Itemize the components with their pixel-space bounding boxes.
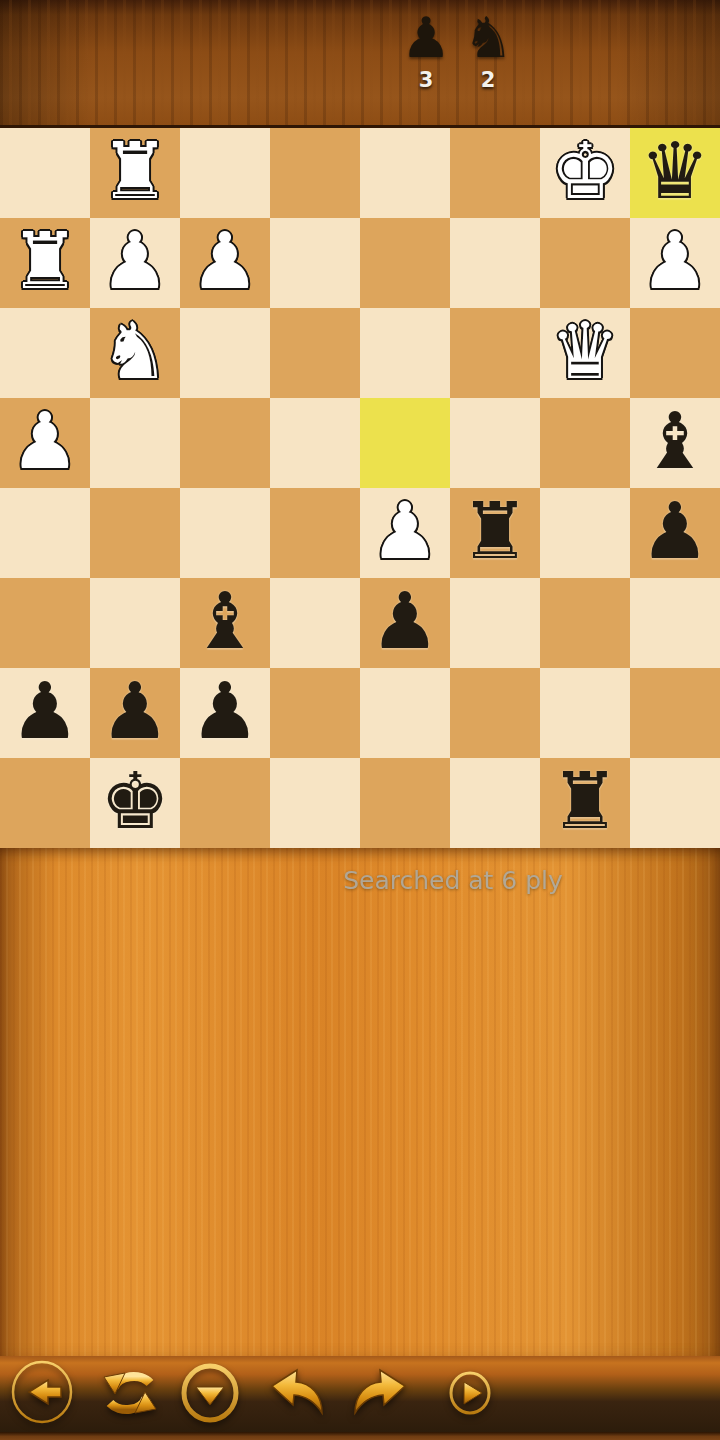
square-a3[interactable] [0, 578, 90, 668]
captured-pawn-count: 3 [419, 68, 434, 92]
square-h5[interactable]: ♝ [630, 398, 720, 488]
bottom-toolbar [0, 1356, 720, 1432]
piece-white-pawn: ♟ [370, 492, 440, 570]
square-e4[interactable]: ♟ [360, 488, 450, 578]
captured-knight-count: 2 [481, 68, 496, 92]
square-a7[interactable]: ♜ [0, 218, 90, 308]
square-e5[interactable] [360, 398, 450, 488]
piece-black-bishop: ♝ [190, 582, 260, 660]
piece-white-pawn: ♟ [100, 222, 170, 300]
chevron-down-icon [180, 1362, 240, 1424]
piece-black-pawn: ♟ [640, 492, 710, 570]
piece-black-pawn: ♟ [100, 672, 170, 750]
square-b4[interactable] [90, 488, 180, 578]
square-c2[interactable]: ♟ [180, 668, 270, 758]
piece-white-rook: ♜ [100, 132, 170, 210]
square-h4[interactable]: ♟ [630, 488, 720, 578]
piece-white-pawn: ♟ [640, 222, 710, 300]
square-b3[interactable] [90, 578, 180, 668]
square-g4[interactable] [540, 488, 630, 578]
middle-wood-panel [0, 848, 720, 1356]
piece-black-pawn: ♟ [10, 672, 80, 750]
square-d3[interactable] [270, 578, 360, 668]
undo-arrow-icon [264, 1364, 329, 1422]
square-g6[interactable]: ♛ [540, 308, 630, 398]
flip-board-button[interactable] [100, 1362, 160, 1427]
square-d8[interactable] [270, 128, 360, 218]
square-e2[interactable] [360, 668, 450, 758]
square-e3[interactable]: ♟ [360, 578, 450, 668]
square-c8[interactable] [180, 128, 270, 218]
square-d6[interactable] [270, 308, 360, 398]
black-pawn-icon: ♟ [401, 8, 451, 68]
square-b8[interactable]: ♜ [90, 128, 180, 218]
square-g1[interactable]: ♜ [540, 758, 630, 848]
square-f7[interactable] [450, 218, 540, 308]
square-b6[interactable]: ♞ [90, 308, 180, 398]
square-h2[interactable] [630, 668, 720, 758]
square-e7[interactable] [360, 218, 450, 308]
square-g8[interactable]: ♚ [540, 128, 630, 218]
back-button[interactable] [10, 1359, 75, 1428]
top-wood-panel: ♟ 3 ♞ 2 [0, 0, 720, 125]
square-g2[interactable] [540, 668, 630, 758]
square-e1[interactable] [360, 758, 450, 848]
piece-black-rook: ♜ [460, 492, 530, 570]
square-h7[interactable]: ♟ [630, 218, 720, 308]
square-a6[interactable] [0, 308, 90, 398]
board: ♜♚♛♜♟♟♟♞♛♟♝♟♜♟♝♟♟♟♟♚♜ [0, 128, 720, 848]
piece-white-king: ♚ [550, 132, 620, 210]
piece-black-queen: ♛ [640, 132, 710, 210]
back-arrow-icon [10, 1359, 75, 1425]
square-h1[interactable] [630, 758, 720, 848]
square-c3[interactable]: ♝ [180, 578, 270, 668]
piece-black-king: ♚ [100, 762, 170, 840]
piece-black-bishop: ♝ [640, 402, 710, 480]
piece-white-knight: ♞ [100, 312, 170, 390]
square-g5[interactable] [540, 398, 630, 488]
square-b5[interactable] [90, 398, 180, 488]
square-c7[interactable]: ♟ [180, 218, 270, 308]
square-d2[interactable] [270, 668, 360, 758]
square-f4[interactable]: ♜ [450, 488, 540, 578]
undo-move-button[interactable] [264, 1364, 329, 1425]
square-g3[interactable] [540, 578, 630, 668]
bottom-wood-strip [0, 1432, 720, 1440]
square-f1[interactable] [450, 758, 540, 848]
square-c4[interactable] [180, 488, 270, 578]
piece-white-queen: ♛ [550, 312, 620, 390]
flip-board-icon [100, 1362, 160, 1424]
square-f2[interactable] [450, 668, 540, 758]
piece-black-pawn: ♟ [190, 672, 260, 750]
square-h6[interactable] [630, 308, 720, 398]
captured-black-pawns: ♟ 3 [398, 8, 454, 92]
square-b7[interactable]: ♟ [90, 218, 180, 308]
piece-black-pawn: ♟ [370, 582, 440, 660]
square-c5[interactable] [180, 398, 270, 488]
square-d4[interactable] [270, 488, 360, 578]
redo-move-button[interactable] [348, 1364, 413, 1425]
square-d1[interactable] [270, 758, 360, 848]
square-a1[interactable] [0, 758, 90, 848]
piece-white-rook: ♜ [10, 222, 80, 300]
square-f8[interactable] [450, 128, 540, 218]
piece-black-rook: ♜ [550, 762, 620, 840]
square-d7[interactable] [270, 218, 360, 308]
square-b1[interactable]: ♚ [90, 758, 180, 848]
engine-status-toast: Searched at 6 ply [343, 866, 563, 895]
square-a4[interactable] [0, 488, 90, 578]
black-knight-icon: ♞ [463, 8, 513, 68]
square-f3[interactable] [450, 578, 540, 668]
square-a5[interactable]: ♟ [0, 398, 90, 488]
redo-arrow-icon [348, 1364, 413, 1422]
square-h3[interactable] [630, 578, 720, 668]
chess-app-screen: ♟ 3 ♞ 2 ♜♚♛♜♟♟♟♞♛♟♝♟♜♟♝♟♟♟♟♚♜ Searched a… [0, 0, 720, 1440]
piece-white-pawn: ♟ [190, 222, 260, 300]
square-d5[interactable] [270, 398, 360, 488]
square-e6[interactable] [360, 308, 450, 398]
square-g7[interactable] [540, 218, 630, 308]
square-b2[interactable]: ♟ [90, 668, 180, 758]
play-button[interactable] [448, 1370, 492, 1419]
square-c6[interactable] [180, 308, 270, 398]
square-f6[interactable] [450, 308, 540, 398]
square-f5[interactable] [450, 398, 540, 488]
square-c1[interactable] [180, 758, 270, 848]
play-icon [448, 1370, 492, 1416]
expand-menu-button[interactable] [180, 1362, 240, 1427]
captured-black-knights: ♞ 2 [460, 8, 516, 92]
square-h8[interactable]: ♛ [630, 128, 720, 218]
square-a2[interactable]: ♟ [0, 668, 90, 758]
square-e8[interactable] [360, 128, 450, 218]
square-a8[interactable] [0, 128, 90, 218]
piece-white-pawn: ♟ [10, 402, 80, 480]
